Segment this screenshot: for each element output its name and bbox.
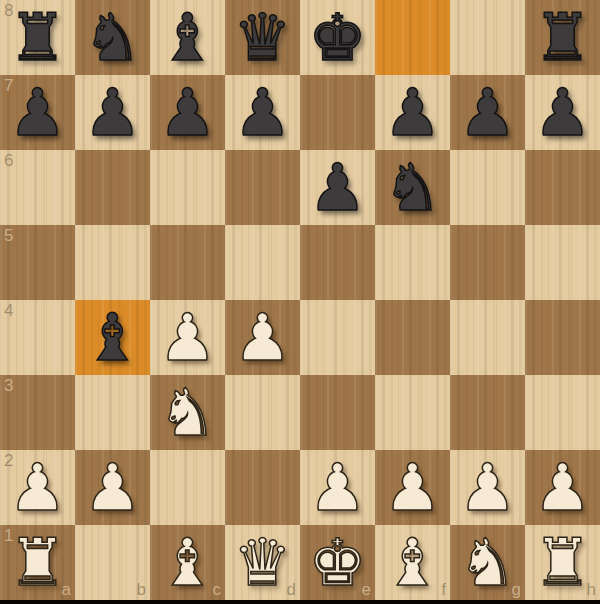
white-pawn-piece[interactable]: ♟ <box>0 450 75 525</box>
square-g1[interactable]: g♞ <box>450 525 525 600</box>
square-b7[interactable]: ♟ <box>75 75 150 150</box>
square-f2[interactable]: ♟ <box>375 450 450 525</box>
square-f8[interactable] <box>375 0 450 75</box>
square-f1[interactable]: f♝ <box>375 525 450 600</box>
square-d1[interactable]: d♛ <box>225 525 300 600</box>
square-b2[interactable]: ♟ <box>75 450 150 525</box>
square-d5[interactable] <box>225 225 300 300</box>
square-c4[interactable]: ♟ <box>150 300 225 375</box>
black-rook-piece[interactable]: ♜ <box>525 0 600 75</box>
black-bishop-piece[interactable]: ♝ <box>75 300 150 375</box>
square-b4[interactable]: ♝ <box>75 300 150 375</box>
square-e1[interactable]: e♚ <box>300 525 375 600</box>
square-d4[interactable]: ♟ <box>225 300 300 375</box>
square-b3[interactable] <box>75 375 150 450</box>
square-e5[interactable] <box>300 225 375 300</box>
square-h3[interactable] <box>525 375 600 450</box>
square-g4[interactable] <box>450 300 525 375</box>
square-e2[interactable]: ♟ <box>300 450 375 525</box>
black-pawn-piece[interactable]: ♟ <box>300 150 375 225</box>
square-e4[interactable] <box>300 300 375 375</box>
square-c7[interactable]: ♟ <box>150 75 225 150</box>
square-b1[interactable]: b <box>75 525 150 600</box>
square-d2[interactable] <box>225 450 300 525</box>
square-h1[interactable]: h♜ <box>525 525 600 600</box>
black-pawn-piece[interactable]: ♟ <box>75 75 150 150</box>
square-f6[interactable]: ♞ <box>375 150 450 225</box>
file-label-b: b <box>137 581 146 598</box>
square-e6[interactable]: ♟ <box>300 150 375 225</box>
square-f7[interactable]: ♟ <box>375 75 450 150</box>
square-c1[interactable]: c♝ <box>150 525 225 600</box>
white-knight-piece[interactable]: ♞ <box>450 525 525 600</box>
square-d3[interactable] <box>225 375 300 450</box>
square-h5[interactable] <box>525 225 600 300</box>
black-pawn-piece[interactable]: ♟ <box>225 75 300 150</box>
black-rook-piece[interactable]: ♜ <box>0 0 75 75</box>
white-king-piece[interactable]: ♚ <box>300 525 375 600</box>
square-a5[interactable]: 5 <box>0 225 75 300</box>
square-c8[interactable]: ♝ <box>150 0 225 75</box>
square-e3[interactable] <box>300 375 375 450</box>
square-c3[interactable]: ♞ <box>150 375 225 450</box>
square-e7[interactable] <box>300 75 375 150</box>
white-pawn-piece[interactable]: ♟ <box>150 300 225 375</box>
rank-label-3: 3 <box>4 377 13 394</box>
square-h8[interactable]: ♜ <box>525 0 600 75</box>
square-f5[interactable] <box>375 225 450 300</box>
square-h7[interactable]: ♟ <box>525 75 600 150</box>
square-b5[interactable] <box>75 225 150 300</box>
square-d8[interactable]: ♛ <box>225 0 300 75</box>
black-pawn-piece[interactable]: ♟ <box>375 75 450 150</box>
white-bishop-piece[interactable]: ♝ <box>150 525 225 600</box>
rank-label-4: 4 <box>4 302 13 319</box>
square-a8[interactable]: 8♜ <box>0 0 75 75</box>
square-g6[interactable] <box>450 150 525 225</box>
square-c5[interactable] <box>150 225 225 300</box>
square-c6[interactable] <box>150 150 225 225</box>
square-a2[interactable]: 2♟ <box>0 450 75 525</box>
square-a6[interactable]: 6 <box>0 150 75 225</box>
square-f4[interactable] <box>375 300 450 375</box>
rank-label-6: 6 <box>4 152 13 169</box>
square-h2[interactable]: ♟ <box>525 450 600 525</box>
square-d7[interactable]: ♟ <box>225 75 300 150</box>
square-h4[interactable] <box>525 300 600 375</box>
white-pawn-piece[interactable]: ♟ <box>450 450 525 525</box>
square-a4[interactable]: 4 <box>0 300 75 375</box>
white-queen-piece[interactable]: ♛ <box>225 525 300 600</box>
black-king-piece[interactable]: ♚ <box>300 0 375 75</box>
white-rook-piece[interactable]: ♜ <box>0 525 75 600</box>
square-g3[interactable] <box>450 375 525 450</box>
square-g8[interactable] <box>450 0 525 75</box>
square-g7[interactable]: ♟ <box>450 75 525 150</box>
white-bishop-piece[interactable]: ♝ <box>375 525 450 600</box>
black-queen-piece[interactable]: ♛ <box>225 0 300 75</box>
white-pawn-piece[interactable]: ♟ <box>300 450 375 525</box>
board-bottom-edge <box>0 600 600 604</box>
white-pawn-piece[interactable]: ♟ <box>375 450 450 525</box>
square-g2[interactable]: ♟ <box>450 450 525 525</box>
white-pawn-piece[interactable]: ♟ <box>225 300 300 375</box>
square-h6[interactable] <box>525 150 600 225</box>
black-pawn-piece[interactable]: ♟ <box>525 75 600 150</box>
white-pawn-piece[interactable]: ♟ <box>525 450 600 525</box>
square-a3[interactable]: 3 <box>0 375 75 450</box>
square-f3[interactable] <box>375 375 450 450</box>
white-rook-piece[interactable]: ♜ <box>525 525 600 600</box>
black-knight-piece[interactable]: ♞ <box>375 150 450 225</box>
square-e8[interactable]: ♚ <box>300 0 375 75</box>
square-g5[interactable] <box>450 225 525 300</box>
black-bishop-piece[interactable]: ♝ <box>150 0 225 75</box>
chess-board-wrap: 8♜♞♝♛♚♜7♟♟♟♟♟♟♟6♟♞54♝♟♟3♞2♟♟♟♟♟♟1a♜bc♝d♛… <box>0 0 600 604</box>
black-knight-piece[interactable]: ♞ <box>75 0 150 75</box>
square-d6[interactable] <box>225 150 300 225</box>
square-a7[interactable]: 7♟ <box>0 75 75 150</box>
square-b6[interactable] <box>75 150 150 225</box>
black-pawn-piece[interactable]: ♟ <box>0 75 75 150</box>
square-c2[interactable] <box>150 450 225 525</box>
white-knight-piece[interactable]: ♞ <box>150 375 225 450</box>
black-pawn-piece[interactable]: ♟ <box>150 75 225 150</box>
square-b8[interactable]: ♞ <box>75 0 150 75</box>
rank-label-5: 5 <box>4 227 13 244</box>
black-pawn-piece[interactable]: ♟ <box>450 75 525 150</box>
square-a1[interactable]: 1a♜ <box>0 525 75 600</box>
white-pawn-piece[interactable]: ♟ <box>75 450 150 525</box>
chess-board: 8♜♞♝♛♚♜7♟♟♟♟♟♟♟6♟♞54♝♟♟3♞2♟♟♟♟♟♟1a♜bc♝d♛… <box>0 0 600 600</box>
